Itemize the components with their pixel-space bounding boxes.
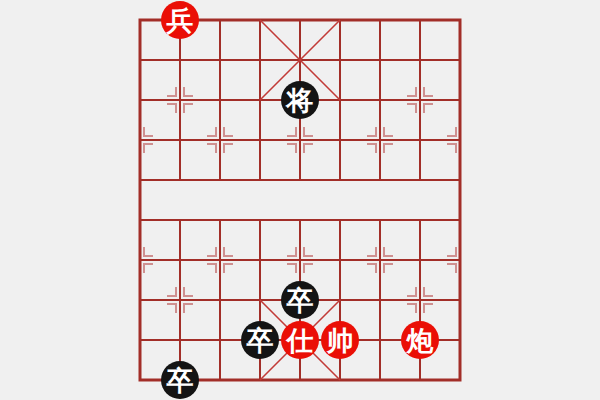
- piece-black-soldier[interactable]: 卒: [241, 321, 279, 359]
- piece-red-general[interactable]: 帅: [321, 321, 359, 359]
- piece-red-cannon[interactable]: 炮: [401, 321, 439, 359]
- pieces-layer: 兵将卒卒仕帅炮卒: [0, 0, 600, 400]
- piece-red-soldier[interactable]: 兵: [161, 1, 199, 39]
- piece-black-general[interactable]: 将: [281, 81, 319, 119]
- piece-red-advisor[interactable]: 仕: [281, 321, 319, 359]
- piece-black-soldier[interactable]: 卒: [281, 281, 319, 319]
- xiangqi-board: 兵将卒卒仕帅炮卒: [0, 0, 600, 400]
- piece-black-soldier[interactable]: 卒: [161, 361, 199, 399]
